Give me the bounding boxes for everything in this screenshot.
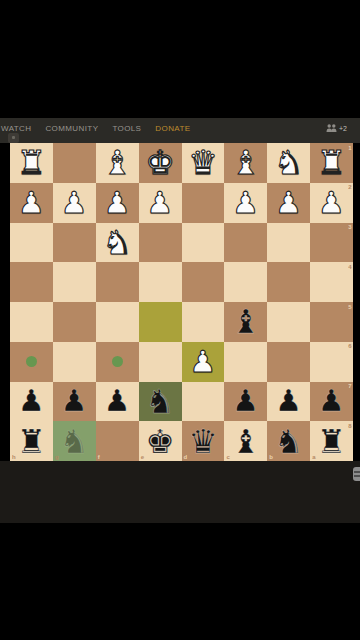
square-c5[interactable]: ♝ <box>224 302 267 342</box>
top-nav: WATCH COMMUNITY TOOLS DONATE +2 <box>0 118 360 143</box>
square-h2[interactable]: ♟ <box>10 183 53 223</box>
square-a5[interactable]: 5 <box>310 302 353 342</box>
square-a2[interactable]: ♟2 <box>310 183 353 223</box>
nav-items: WATCH COMMUNITY TOOLS DONATE <box>1 124 191 133</box>
file-coordinate: g <box>55 454 59 460</box>
file-coordinate: b <box>269 454 273 460</box>
square-e2[interactable]: ♟ <box>139 183 182 223</box>
piece-white-pawn[interactable]: ♟ <box>53 183 96 223</box>
square-c6[interactable] <box>224 342 267 382</box>
piece-white-pawn[interactable]: ♟ <box>96 183 139 223</box>
nav-item-donate[interactable]: DONATE <box>155 124 190 133</box>
piece-white-rook[interactable]: ♜ <box>10 143 53 183</box>
square-a4[interactable]: 4 <box>310 262 353 302</box>
cursor-icon <box>353 467 360 481</box>
rank-coordinate: 2 <box>348 184 351 190</box>
square-d3[interactable] <box>182 223 225 263</box>
piece-black-bishop[interactable]: ♝ <box>224 421 267 461</box>
square-f3[interactable]: ♞ <box>96 223 139 263</box>
square-e7[interactable]: ♞ <box>139 382 182 422</box>
square-h3[interactable] <box>10 223 53 263</box>
piece-white-bishop[interactable]: ♝ <box>96 143 139 183</box>
square-h5[interactable] <box>10 302 53 342</box>
square-g7[interactable]: ♟ <box>53 382 96 422</box>
file-coordinate: f <box>98 454 100 460</box>
square-a3[interactable]: 3 <box>310 223 353 263</box>
piece-black-pawn[interactable]: ♟ <box>310 382 353 422</box>
piece-white-pawn[interactable]: ♟ <box>224 183 267 223</box>
square-g4[interactable] <box>53 262 96 302</box>
square-b7[interactable]: ♟ <box>267 382 310 422</box>
piece-black-pawn[interactable]: ♟ <box>224 382 267 422</box>
piece-white-knight[interactable]: ♞ <box>96 223 139 263</box>
square-d6[interactable]: ♟ <box>182 342 225 382</box>
piece-black-knight[interactable]: ♞ <box>267 421 310 461</box>
rank-coordinate: 3 <box>348 224 351 230</box>
move-dest-dot[interactable] <box>26 356 37 367</box>
square-b2[interactable]: ♟ <box>267 183 310 223</box>
fen-pgn-panel: FEN PGN 1. d4 e5 2. dxe5 Bc5 3. Nf3 d6 4… <box>0 461 360 523</box>
square-e5[interactable] <box>139 302 182 342</box>
square-g8[interactable]: ♞g <box>53 421 96 461</box>
screen: WATCH COMMUNITY TOOLS DONATE +2 ♜♝♚♛♝♞♜1… <box>0 0 360 640</box>
file-coordinate: d <box>184 454 188 460</box>
square-e8[interactable]: ♚e <box>139 421 182 461</box>
piece-white-pawn[interactable]: ♟ <box>310 183 353 223</box>
piece-white-rook[interactable]: ♜ <box>310 143 353 183</box>
square-d5[interactable] <box>182 302 225 342</box>
square-f7[interactable]: ♟ <box>96 382 139 422</box>
square-d1[interactable]: ♛ <box>182 143 225 183</box>
piece-black-bishop[interactable]: ♝ <box>224 302 267 342</box>
online-count: +2 <box>339 125 347 132</box>
square-c2[interactable]: ♟ <box>224 183 267 223</box>
square-b1[interactable]: ♞ <box>267 143 310 183</box>
piece-white-pawn[interactable]: ♟ <box>10 183 53 223</box>
square-b3[interactable] <box>267 223 310 263</box>
square-f5[interactable] <box>96 302 139 342</box>
square-b6[interactable] <box>267 342 310 382</box>
piece-black-pawn[interactable]: ♟ <box>267 382 310 422</box>
square-c7[interactable]: ♟ <box>224 382 267 422</box>
square-g3[interactable] <box>53 223 96 263</box>
rank-coordinate: 7 <box>348 383 351 389</box>
square-b8[interactable]: ♞b <box>267 421 310 461</box>
piece-white-king[interactable]: ♚ <box>139 143 182 183</box>
chess-board[interactable]: ♜♝♚♛♝♞♜1♟♟♟♟♟♟♟2♞34♝5♟6♟♟♟♞♟♟♟7♜h♞gf♚e♛d… <box>10 143 353 461</box>
file-coordinate: e <box>141 454 144 460</box>
piece-white-pawn[interactable]: ♟ <box>267 183 310 223</box>
rank-coordinate: 8 <box>348 423 351 429</box>
move-dest-dot[interactable] <box>112 356 123 367</box>
square-f4[interactable] <box>96 262 139 302</box>
piece-white-pawn[interactable]: ♟ <box>139 183 182 223</box>
square-c1[interactable]: ♝ <box>224 143 267 183</box>
square-d8[interactable]: ♛d <box>182 421 225 461</box>
square-c8[interactable]: ♝c <box>224 421 267 461</box>
piece-black-queen[interactable]: ♛ <box>182 421 225 461</box>
file-coordinate: a <box>312 454 315 460</box>
piece-black-knight[interactable]: ♞ <box>53 421 96 461</box>
square-e6[interactable] <box>139 342 182 382</box>
rank-coordinate: 4 <box>348 264 351 270</box>
two-users-icon <box>326 124 337 132</box>
square-h1[interactable]: ♜ <box>10 143 53 183</box>
square-g1[interactable] <box>53 143 96 183</box>
square-h6[interactable] <box>10 342 53 382</box>
square-a7[interactable]: ♟7 <box>310 382 353 422</box>
nav-item-tools[interactable]: TOOLS <box>112 124 141 133</box>
piece-white-pawn[interactable]: ♟ <box>182 342 225 382</box>
square-f2[interactable]: ♟ <box>96 183 139 223</box>
square-a1[interactable]: ♜1 <box>310 143 353 183</box>
piece-black-knight[interactable]: ♞ <box>139 382 182 422</box>
piece-black-pawn[interactable]: ♟ <box>96 382 139 422</box>
square-e3[interactable] <box>139 223 182 263</box>
square-f6[interactable] <box>96 342 139 382</box>
square-h4[interactable] <box>10 262 53 302</box>
piece-black-pawn[interactable]: ♟ <box>10 382 53 422</box>
square-d7[interactable] <box>182 382 225 422</box>
square-g6[interactable] <box>53 342 96 382</box>
file-coordinate: c <box>226 454 229 460</box>
square-b5[interactable] <box>267 302 310 342</box>
nav-item-community[interactable]: COMMUNITY <box>45 124 98 133</box>
square-d4[interactable] <box>182 262 225 302</box>
square-f8[interactable]: f <box>96 421 139 461</box>
piece-black-rook[interactable]: ♜ <box>310 421 353 461</box>
piece-white-bishop[interactable]: ♝ <box>224 143 267 183</box>
square-d2[interactable] <box>182 183 225 223</box>
rank-coordinate: 6 <box>348 343 351 349</box>
square-g2[interactable]: ♟ <box>53 183 96 223</box>
menu-icon[interactable] <box>8 133 19 143</box>
nav-item-watch[interactable]: WATCH <box>1 124 31 133</box>
file-coordinate: h <box>12 454 16 460</box>
piece-black-king[interactable]: ♚ <box>139 421 182 461</box>
square-h7[interactable]: ♟ <box>10 382 53 422</box>
piece-white-queen[interactable]: ♛ <box>182 143 225 183</box>
piece-black-rook[interactable]: ♜ <box>10 421 53 461</box>
square-h8[interactable]: ♜h <box>10 421 53 461</box>
square-g5[interactable] <box>53 302 96 342</box>
square-e4[interactable] <box>139 262 182 302</box>
square-f1[interactable]: ♝ <box>96 143 139 183</box>
piece-white-knight[interactable]: ♞ <box>267 143 310 183</box>
square-b4[interactable] <box>267 262 310 302</box>
square-c4[interactable] <box>224 262 267 302</box>
online-players-indicator: +2 <box>326 124 347 132</box>
rank-coordinate: 5 <box>348 304 351 310</box>
square-e1[interactable]: ♚ <box>139 143 182 183</box>
square-c3[interactable] <box>224 223 267 263</box>
square-a6[interactable]: 6 <box>310 342 353 382</box>
rank-coordinate: 1 <box>348 145 351 151</box>
piece-black-pawn[interactable]: ♟ <box>53 382 96 422</box>
square-a8[interactable]: ♜8a <box>310 421 353 461</box>
